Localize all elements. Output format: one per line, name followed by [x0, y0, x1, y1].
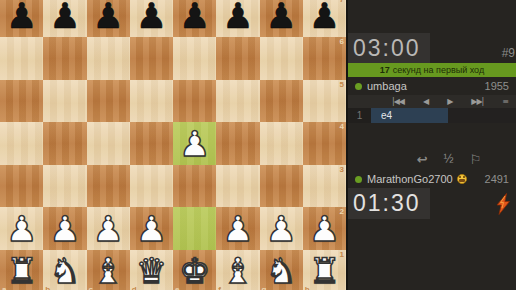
piece-c7[interactable]: ♟ — [92, 0, 123, 34]
square-b2[interactable]: ♟ — [43, 207, 86, 250]
nav-menu-button[interactable]: ≡ — [502, 98, 508, 106]
square-a1[interactable]: ♜a — [0, 250, 43, 290]
square-d4[interactable] — [130, 122, 173, 165]
square-a3[interactable] — [0, 165, 43, 208]
top-clock: 03:00 — [348, 33, 430, 64]
piece-b7[interactable]: ♟ — [49, 0, 80, 34]
square-e7[interactable]: ♟ — [173, 0, 216, 37]
file-label-a: a — [2, 286, 6, 290]
rank-label-5: 5 — [340, 81, 344, 89]
top-clock-time: 03:00 — [353, 35, 421, 62]
file-label-c: c — [89, 286, 93, 290]
square-d1[interactable]: ♛d — [130, 250, 173, 290]
square-b5[interactable] — [43, 80, 86, 123]
banner-text: секунд на первый ход — [393, 65, 484, 75]
banner-seconds: 17 — [380, 65, 390, 75]
piece-h2[interactable]: ♟ — [309, 212, 340, 247]
rank-label-6: 6 — [340, 38, 344, 46]
piece-f7[interactable]: ♟ — [222, 0, 253, 34]
berserk-icon — [494, 193, 512, 215]
piece-e4[interactable]: ♟ — [179, 127, 210, 162]
square-b4[interactable] — [43, 122, 86, 165]
takeback-button[interactable]: ↩ — [417, 153, 428, 166]
piece-g1[interactable]: ♞ — [265, 254, 296, 289]
square-c4[interactable] — [87, 122, 130, 165]
square-e4[interactable]: ♟ — [173, 122, 216, 165]
move-nav-bar: |◀◀ ◀ ▶ ▶▶| ≡ — [348, 95, 516, 108]
square-g2[interactable]: ♟ — [260, 207, 303, 250]
move-number: 1 — [348, 108, 371, 123]
file-label-g: g — [262, 286, 267, 290]
square-h5[interactable]: 5 — [303, 80, 346, 123]
square-b3[interactable] — [43, 165, 86, 208]
square-b6[interactable] — [43, 37, 86, 80]
piece-g2[interactable]: ♟ — [265, 212, 296, 247]
piece-a2[interactable]: ♟ — [6, 212, 37, 247]
file-label-b: b — [45, 286, 50, 290]
player-top-rating: 1955 — [485, 80, 509, 92]
first-move-banner: 17 секунд на первый ход — [348, 63, 516, 77]
square-g4[interactable] — [260, 122, 303, 165]
square-a2[interactable]: ♟ — [0, 207, 43, 250]
square-b7[interactable]: ♟ — [43, 0, 86, 37]
player-bottom-rating: 2491 — [485, 173, 509, 185]
player-bottom-name[interactable]: MarathonGo2700 — [367, 173, 453, 185]
nav-first-button[interactable]: |◀◀ — [392, 98, 404, 106]
square-h2[interactable]: ♟2 — [303, 207, 346, 250]
game-number: #9 — [502, 46, 515, 60]
square-h7[interactable]: ♟7 — [303, 0, 346, 37]
rank-label-7: 7 — [340, 0, 344, 4]
square-e2[interactable] — [173, 207, 216, 250]
piece-b1[interactable]: ♞ — [49, 254, 80, 289]
square-e6[interactable] — [173, 37, 216, 80]
bottom-clock: 01:30 — [348, 188, 430, 219]
square-c3[interactable] — [87, 165, 130, 208]
piece-f2[interactable]: ♟ — [222, 212, 253, 247]
piece-d7[interactable]: ♟ — [136, 0, 167, 34]
square-d7[interactable]: ♟ — [130, 0, 173, 37]
square-f5[interactable] — [216, 80, 259, 123]
square-g7[interactable]: ♟ — [260, 0, 303, 37]
file-label-d: d — [132, 286, 137, 290]
resign-button[interactable]: ⚐ — [470, 153, 482, 166]
player-top: umbaga 1955 — [348, 77, 516, 95]
square-h1[interactable]: ♜1h — [303, 250, 346, 290]
square-g1[interactable]: ♞g — [260, 250, 303, 290]
online-dot — [355, 176, 362, 183]
piece-h7[interactable]: ♟ — [309, 0, 340, 34]
rank-label-1: 1 — [340, 251, 344, 259]
file-label-h: h — [305, 286, 310, 290]
chess-board-viewport: ♜♞♝♛♚♝♞♜8♟♟♟♟♟♟♟♟765♟43♟♟♟♟♟♟♟2♜a♞b♝c♛d♚… — [0, 0, 346, 290]
bottom-clock-time: 01:30 — [353, 190, 421, 217]
piece-e7[interactable]: ♟ — [179, 0, 210, 34]
square-g5[interactable] — [260, 80, 303, 123]
rank-label-3: 3 — [340, 166, 344, 174]
square-a5[interactable] — [0, 80, 43, 123]
square-d3[interactable] — [130, 165, 173, 208]
nav-prev-button[interactable]: ◀ — [423, 98, 428, 106]
square-f6[interactable] — [216, 37, 259, 80]
square-d5[interactable] — [130, 80, 173, 123]
square-c7[interactable]: ♟ — [87, 0, 130, 37]
square-f2[interactable]: ♟ — [216, 207, 259, 250]
rank-label-2: 2 — [340, 208, 344, 216]
square-f1[interactable]: ♝f — [216, 250, 259, 290]
game-screen: ♜♞♝♛♚♝♞♜8♟♟♟♟♟♟♟♟765♟43♟♟♟♟♟♟♟2♜a♞b♝c♛d♚… — [0, 0, 516, 290]
square-h4[interactable]: 4 — [303, 122, 346, 165]
square-f4[interactable] — [216, 122, 259, 165]
square-e3[interactable] — [173, 165, 216, 208]
square-g6[interactable] — [260, 37, 303, 80]
square-d2[interactable]: ♟ — [130, 207, 173, 250]
square-a6[interactable] — [0, 37, 43, 80]
square-a4[interactable] — [0, 122, 43, 165]
square-h6[interactable]: 6 — [303, 37, 346, 80]
piece-g7[interactable]: ♟ — [265, 0, 296, 34]
move-list: 1 e4 — [348, 108, 516, 123]
square-c2[interactable]: ♟ — [87, 207, 130, 250]
square-g3[interactable] — [260, 165, 303, 208]
square-e1[interactable]: ♚e — [173, 250, 216, 290]
square-b1[interactable]: ♞b — [43, 250, 86, 290]
piece-a7[interactable]: ♟ — [6, 0, 37, 34]
nav-next-button[interactable]: ▶ — [447, 98, 452, 106]
piece-a1[interactable]: ♜ — [6, 254, 37, 289]
offer-draw-button[interactable]: ½ — [444, 153, 454, 165]
nav-last-button[interactable]: ▶▶| — [471, 98, 483, 106]
move-white[interactable]: e4 — [371, 108, 448, 123]
square-c6[interactable] — [87, 37, 130, 80]
game-action-buttons: ↩ ½ ⚐ — [348, 148, 516, 170]
piece-c2[interactable]: ♟ — [92, 212, 123, 247]
player-top-name[interactable]: umbaga — [367, 80, 407, 92]
square-a7[interactable]: ♟ — [0, 0, 43, 37]
piece-d1[interactable]: ♛ — [136, 254, 167, 289]
side-panel: 03:00 #9 17 секунд на первый ход umbaga … — [348, 0, 516, 290]
square-d6[interactable] — [130, 37, 173, 80]
square-f3[interactable] — [216, 165, 259, 208]
rank-label-4: 4 — [340, 123, 344, 131]
player-bottom: MarathonGo2700 2491 — [348, 170, 516, 188]
piece-b2[interactable]: ♟ — [49, 212, 80, 247]
file-label-f: f — [218, 286, 221, 290]
online-dot — [355, 83, 362, 90]
square-c1[interactable]: ♝c — [87, 250, 130, 290]
piece-c1[interactable]: ♝ — [92, 254, 123, 289]
piece-d2[interactable]: ♟ — [136, 212, 167, 247]
piece-f1[interactable]: ♝ — [222, 254, 253, 289]
grimace-emoji — [457, 174, 467, 184]
piece-e1[interactable]: ♚ — [179, 254, 210, 289]
square-c5[interactable] — [87, 80, 130, 123]
move-black — [448, 108, 516, 123]
piece-h1[interactable]: ♜ — [309, 254, 340, 289]
square-e5[interactable] — [173, 80, 216, 123]
file-label-e: e — [175, 286, 179, 290]
square-f7[interactable]: ♟ — [216, 0, 259, 37]
square-h3[interactable]: 3 — [303, 165, 346, 208]
chess-board[interactable]: ♜♞♝♛♚♝♞♜8♟♟♟♟♟♟♟♟765♟43♟♟♟♟♟♟♟2♜a♞b♝c♛d♚… — [0, 0, 346, 290]
